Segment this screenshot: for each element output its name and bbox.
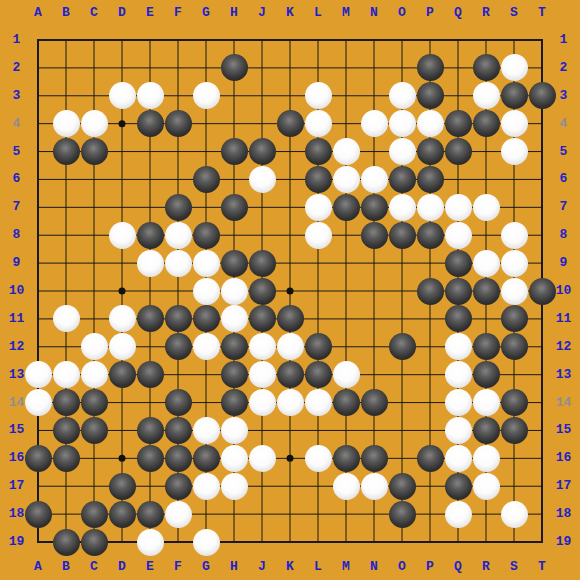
column-label-top: L <box>304 5 332 21</box>
white-stone[interactable] <box>165 222 192 249</box>
black-stone[interactable] <box>249 250 276 277</box>
row-label-left: 10 <box>3 283 30 299</box>
white-stone[interactable] <box>361 473 388 500</box>
black-stone[interactable] <box>165 417 192 444</box>
black-stone[interactable] <box>417 82 444 109</box>
white-stone[interactable] <box>305 222 332 249</box>
black-stone[interactable] <box>81 138 108 165</box>
white-stone[interactable] <box>53 110 80 137</box>
white-stone[interactable] <box>109 82 136 109</box>
white-stone[interactable] <box>221 417 248 444</box>
white-stone[interactable] <box>361 110 388 137</box>
black-stone[interactable] <box>501 82 528 109</box>
black-stone[interactable] <box>389 333 416 360</box>
black-stone[interactable] <box>501 389 528 416</box>
black-stone[interactable] <box>277 110 304 137</box>
black-stone[interactable] <box>221 389 248 416</box>
column-label-top: D <box>108 5 136 21</box>
black-stone[interactable] <box>53 417 80 444</box>
black-stone[interactable] <box>361 222 388 249</box>
white-stone[interactable] <box>277 333 304 360</box>
white-stone[interactable] <box>277 389 304 416</box>
row-label-left: 9 <box>3 255 30 271</box>
hoshi-point <box>287 288 294 295</box>
column-label-bottom: Q <box>444 559 472 575</box>
black-stone[interactable] <box>389 166 416 193</box>
column-label-top: B <box>52 5 80 21</box>
row-label-left: 4 <box>3 116 30 132</box>
row-label-left: 5 <box>3 144 30 160</box>
row-label-right: 11 <box>550 311 577 327</box>
row-label-left: 16 <box>3 450 30 466</box>
white-stone[interactable] <box>305 445 332 472</box>
white-stone[interactable] <box>501 54 528 81</box>
black-stone[interactable] <box>361 445 388 472</box>
black-stone[interactable] <box>445 138 472 165</box>
black-stone[interactable] <box>137 445 164 472</box>
black-stone[interactable] <box>165 445 192 472</box>
row-label-left: 14 <box>3 395 30 411</box>
black-stone[interactable] <box>193 445 220 472</box>
white-stone[interactable] <box>221 305 248 332</box>
white-stone[interactable] <box>333 361 360 388</box>
row-label-right: 6 <box>550 171 577 187</box>
white-stone[interactable] <box>389 110 416 137</box>
black-stone[interactable] <box>193 166 220 193</box>
row-label-left: 8 <box>3 227 30 243</box>
black-stone[interactable] <box>389 222 416 249</box>
column-label-top: T <box>528 5 556 21</box>
black-stone[interactable] <box>193 222 220 249</box>
black-stone[interactable] <box>53 529 80 556</box>
column-label-top: C <box>80 5 108 21</box>
white-stone[interactable] <box>249 361 276 388</box>
black-stone[interactable] <box>137 361 164 388</box>
row-label-left: 2 <box>3 60 30 76</box>
white-stone[interactable] <box>305 110 332 137</box>
white-stone[interactable] <box>445 417 472 444</box>
black-stone[interactable] <box>221 361 248 388</box>
white-stone[interactable] <box>389 138 416 165</box>
black-stone[interactable] <box>165 473 192 500</box>
black-stone[interactable] <box>109 361 136 388</box>
white-stone[interactable] <box>81 361 108 388</box>
white-stone[interactable] <box>333 166 360 193</box>
black-stone[interactable] <box>249 305 276 332</box>
white-stone[interactable] <box>501 138 528 165</box>
black-stone[interactable] <box>165 194 192 221</box>
white-stone[interactable] <box>333 138 360 165</box>
black-stone[interactable] <box>361 194 388 221</box>
black-stone[interactable] <box>81 389 108 416</box>
column-label-bottom: T <box>528 559 556 575</box>
white-stone[interactable] <box>53 361 80 388</box>
row-label-right: 4 <box>550 116 577 132</box>
black-stone[interactable] <box>473 361 500 388</box>
black-stone[interactable] <box>249 278 276 305</box>
black-stone[interactable] <box>445 110 472 137</box>
black-stone[interactable] <box>333 389 360 416</box>
black-stone[interactable] <box>305 333 332 360</box>
black-stone[interactable] <box>109 473 136 500</box>
column-label-top: S <box>500 5 528 21</box>
row-label-right: 16 <box>550 450 577 466</box>
black-stone[interactable] <box>417 166 444 193</box>
black-stone[interactable] <box>445 278 472 305</box>
black-stone[interactable] <box>221 333 248 360</box>
white-stone[interactable] <box>417 110 444 137</box>
black-stone[interactable] <box>277 361 304 388</box>
white-stone[interactable] <box>81 110 108 137</box>
black-stone[interactable] <box>305 166 332 193</box>
white-stone[interactable] <box>473 194 500 221</box>
black-stone[interactable] <box>445 473 472 500</box>
white-stone[interactable] <box>193 82 220 109</box>
black-stone[interactable] <box>445 250 472 277</box>
black-stone[interactable] <box>137 222 164 249</box>
white-stone[interactable] <box>501 250 528 277</box>
black-stone[interactable] <box>53 138 80 165</box>
go-board[interactable]: AABBCCDDEEFFGGHHJJKKLLMMNNOOPPQQRRSSTT11… <box>0 0 580 580</box>
white-stone[interactable] <box>305 82 332 109</box>
black-stone[interactable] <box>165 389 192 416</box>
white-stone[interactable] <box>305 389 332 416</box>
white-stone[interactable] <box>193 529 220 556</box>
white-stone[interactable] <box>193 473 220 500</box>
row-label-right: 19 <box>550 534 577 550</box>
white-stone[interactable] <box>501 501 528 528</box>
white-stone[interactable] <box>417 194 444 221</box>
row-label-left: 15 <box>3 422 30 438</box>
white-stone[interactable] <box>81 333 108 360</box>
white-stone[interactable] <box>249 445 276 472</box>
white-stone[interactable] <box>109 222 136 249</box>
white-stone[interactable] <box>221 278 248 305</box>
black-stone[interactable] <box>221 194 248 221</box>
white-stone[interactable] <box>165 501 192 528</box>
white-stone[interactable] <box>193 333 220 360</box>
column-label-top: A <box>24 5 52 21</box>
black-stone[interactable] <box>165 333 192 360</box>
white-stone[interactable] <box>221 445 248 472</box>
row-label-right: 13 <box>550 367 577 383</box>
black-stone[interactable] <box>333 194 360 221</box>
white-stone[interactable] <box>137 250 164 277</box>
row-label-left: 17 <box>3 478 30 494</box>
column-label-bottom: N <box>360 559 388 575</box>
black-stone[interactable] <box>305 361 332 388</box>
column-label-top: E <box>136 5 164 21</box>
black-stone[interactable] <box>417 222 444 249</box>
column-label-bottom: M <box>332 559 360 575</box>
black-stone[interactable] <box>165 305 192 332</box>
black-stone[interactable] <box>417 445 444 472</box>
black-stone[interactable] <box>473 54 500 81</box>
column-label-bottom: A <box>24 559 52 575</box>
column-label-bottom: K <box>276 559 304 575</box>
white-stone[interactable] <box>445 501 472 528</box>
row-label-right: 2 <box>550 60 577 76</box>
row-label-left: 7 <box>3 199 30 215</box>
column-label-top: N <box>360 5 388 21</box>
black-stone[interactable] <box>473 333 500 360</box>
white-stone[interactable] <box>473 250 500 277</box>
row-label-left: 13 <box>3 367 30 383</box>
white-stone[interactable] <box>165 250 192 277</box>
white-stone[interactable] <box>473 473 500 500</box>
black-stone[interactable] <box>137 110 164 137</box>
black-stone[interactable] <box>137 501 164 528</box>
black-stone[interactable] <box>417 54 444 81</box>
row-label-left: 1 <box>3 32 30 48</box>
white-stone[interactable] <box>109 305 136 332</box>
row-label-left: 18 <box>3 506 30 522</box>
white-stone[interactable] <box>333 473 360 500</box>
hoshi-point <box>119 455 126 462</box>
hoshi-point <box>287 455 294 462</box>
column-label-bottom: R <box>472 559 500 575</box>
row-label-right: 17 <box>550 478 577 494</box>
black-stone[interactable] <box>249 138 276 165</box>
white-stone[interactable] <box>137 529 164 556</box>
white-stone[interactable] <box>193 250 220 277</box>
black-stone[interactable] <box>137 305 164 332</box>
row-label-left: 12 <box>3 339 30 355</box>
black-stone[interactable] <box>53 445 80 472</box>
row-label-right: 1 <box>550 32 577 48</box>
column-label-top: P <box>416 5 444 21</box>
black-stone[interactable] <box>81 529 108 556</box>
white-stone[interactable] <box>53 305 80 332</box>
row-label-right: 5 <box>550 144 577 160</box>
row-label-left: 3 <box>3 88 30 104</box>
white-stone[interactable] <box>445 445 472 472</box>
black-stone[interactable] <box>361 389 388 416</box>
column-label-bottom: H <box>220 559 248 575</box>
row-label-left: 19 <box>3 534 30 550</box>
row-label-right: 8 <box>550 227 577 243</box>
white-stone[interactable] <box>249 389 276 416</box>
row-label-left: 11 <box>3 311 30 327</box>
row-label-left: 6 <box>3 171 30 187</box>
column-label-top: K <box>276 5 304 21</box>
white-stone[interactable] <box>221 473 248 500</box>
white-stone[interactable] <box>473 445 500 472</box>
white-stone[interactable] <box>445 333 472 360</box>
column-label-bottom: G <box>192 559 220 575</box>
black-stone[interactable] <box>389 473 416 500</box>
black-stone[interactable] <box>109 501 136 528</box>
row-label-right: 14 <box>550 395 577 411</box>
black-stone[interactable] <box>221 138 248 165</box>
white-stone[interactable] <box>193 278 220 305</box>
white-stone[interactable] <box>389 194 416 221</box>
black-stone[interactable] <box>221 54 248 81</box>
black-stone[interactable] <box>221 250 248 277</box>
black-stone[interactable] <box>277 305 304 332</box>
white-stone[interactable] <box>249 166 276 193</box>
black-stone[interactable] <box>501 305 528 332</box>
white-stone[interactable] <box>501 222 528 249</box>
black-stone[interactable] <box>165 110 192 137</box>
white-stone[interactable] <box>473 389 500 416</box>
black-stone[interactable] <box>389 501 416 528</box>
white-stone[interactable] <box>389 82 416 109</box>
hoshi-point <box>119 120 126 127</box>
column-label-top: R <box>472 5 500 21</box>
black-stone[interactable] <box>193 305 220 332</box>
row-label-right: 15 <box>550 422 577 438</box>
black-stone[interactable] <box>473 110 500 137</box>
white-stone[interactable] <box>361 166 388 193</box>
white-stone[interactable] <box>501 278 528 305</box>
black-stone[interactable] <box>501 417 528 444</box>
column-label-bottom: D <box>108 559 136 575</box>
column-label-top: O <box>388 5 416 21</box>
black-stone[interactable] <box>305 138 332 165</box>
hoshi-point <box>119 288 126 295</box>
row-label-right: 10 <box>550 283 577 299</box>
black-stone[interactable] <box>445 305 472 332</box>
black-stone[interactable] <box>501 333 528 360</box>
white-stone[interactable] <box>445 194 472 221</box>
white-stone[interactable] <box>305 194 332 221</box>
column-label-top: F <box>164 5 192 21</box>
black-stone[interactable] <box>417 138 444 165</box>
column-label-bottom: O <box>388 559 416 575</box>
row-label-right: 12 <box>550 339 577 355</box>
white-stone[interactable] <box>473 82 500 109</box>
black-stone[interactable] <box>473 278 500 305</box>
column-label-bottom: B <box>52 559 80 575</box>
row-label-right: 3 <box>550 88 577 104</box>
column-label-top: J <box>248 5 276 21</box>
white-stone[interactable] <box>445 361 472 388</box>
column-label-bottom: L <box>304 559 332 575</box>
column-label-bottom: P <box>416 559 444 575</box>
black-stone[interactable] <box>81 417 108 444</box>
column-label-bottom: C <box>80 559 108 575</box>
row-label-right: 7 <box>550 199 577 215</box>
black-stone[interactable] <box>473 417 500 444</box>
black-stone[interactable] <box>417 278 444 305</box>
black-stone[interactable] <box>81 501 108 528</box>
white-stone[interactable] <box>137 82 164 109</box>
row-label-right: 9 <box>550 255 577 271</box>
column-label-bottom: E <box>136 559 164 575</box>
column-label-top: G <box>192 5 220 21</box>
column-label-top: H <box>220 5 248 21</box>
column-label-bottom: S <box>500 559 528 575</box>
column-label-bottom: J <box>248 559 276 575</box>
black-stone[interactable] <box>333 445 360 472</box>
white-stone[interactable] <box>445 222 472 249</box>
white-stone[interactable] <box>109 333 136 360</box>
column-label-top: Q <box>444 5 472 21</box>
white-stone[interactable] <box>193 417 220 444</box>
white-stone[interactable] <box>501 110 528 137</box>
row-label-right: 18 <box>550 506 577 522</box>
column-label-bottom: F <box>164 559 192 575</box>
column-label-top: M <box>332 5 360 21</box>
white-stone[interactable] <box>249 333 276 360</box>
black-stone[interactable] <box>53 389 80 416</box>
black-stone[interactable] <box>137 417 164 444</box>
white-stone[interactable] <box>445 389 472 416</box>
